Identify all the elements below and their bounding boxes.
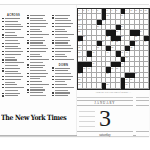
clue-number: 53 bbox=[107, 72, 109, 74]
weekday-label: saturday bbox=[77, 131, 133, 137]
clue-number: 34 bbox=[144, 40, 146, 42]
clue-number: 16 bbox=[121, 14, 123, 16]
clue-number: 4 bbox=[92, 9, 93, 11]
clue-number: 41 bbox=[107, 51, 109, 53]
clue-text-line bbox=[52, 58, 75, 61]
clue-number: 38 bbox=[130, 46, 132, 48]
clue-number: 26 bbox=[107, 35, 109, 37]
clue-number: 21 bbox=[121, 25, 123, 27]
calendar-note-line bbox=[79, 116, 95, 117]
clue-text-line bbox=[52, 94, 75, 97]
clue-number: 40 bbox=[92, 51, 94, 53]
clue-number: 52 bbox=[78, 72, 80, 74]
calendar-note-line bbox=[79, 126, 95, 127]
clue-number: 22 bbox=[78, 30, 80, 32]
clue-number: 25 bbox=[83, 35, 85, 37]
clue-number: 20 bbox=[97, 25, 99, 27]
clue-number: 1 bbox=[78, 9, 79, 11]
clue-number: 10 bbox=[130, 9, 132, 11]
clue-number: 55 bbox=[78, 78, 80, 80]
clue-number: 37 bbox=[111, 46, 113, 48]
clue-number: 39 bbox=[78, 51, 80, 53]
weekday-label: sunday bbox=[136, 131, 149, 136]
clue-number: 51 bbox=[116, 67, 118, 69]
clue-number: 45 bbox=[126, 56, 128, 58]
clue-number: 50 bbox=[111, 67, 113, 69]
day-number: 4 bbox=[136, 106, 149, 130]
clue-text-line bbox=[27, 94, 50, 97]
calendar-spread: ACROSS DOWN The New York Times 123456789… bbox=[0, 4, 149, 136]
clue-number: 14 bbox=[78, 14, 80, 16]
clue-number: 8 bbox=[116, 9, 117, 11]
white-cell[interactable] bbox=[144, 83, 149, 88]
clue-number: 44 bbox=[78, 56, 80, 58]
clue-number: 58 bbox=[78, 83, 80, 85]
clue-number: 11 bbox=[135, 9, 137, 11]
clue-number: 15 bbox=[107, 14, 109, 16]
clue-number: 59 bbox=[107, 83, 109, 85]
calendar-note-line bbox=[79, 111, 95, 112]
calendar-note-line bbox=[79, 121, 95, 122]
clue-number: 35 bbox=[78, 46, 80, 48]
clue-number: 57 bbox=[130, 78, 132, 80]
nyt-logo: The New York Times bbox=[1, 113, 53, 121]
clue-text-line bbox=[2, 95, 25, 98]
clue-number: 6 bbox=[107, 9, 108, 11]
clue-column-2 bbox=[27, 14, 50, 98]
clue-column-3: DOWN bbox=[52, 14, 75, 98]
clue-number: 56 bbox=[126, 78, 128, 80]
clue-number: 3 bbox=[88, 9, 89, 11]
clue-number: 7 bbox=[111, 9, 112, 11]
clue-number: 31 bbox=[111, 40, 113, 42]
clue-number: 5 bbox=[97, 9, 98, 11]
calendar-page-sunday[interactable]: JANUARY 4 sunday bbox=[136, 97, 149, 136]
calendar-page-saturday[interactable]: JANUARY 3 saturday bbox=[77, 97, 133, 136]
clue-number: 48 bbox=[83, 67, 85, 69]
clue-number: 43 bbox=[126, 51, 128, 53]
clue-page: ACROSS DOWN The New York Times bbox=[0, 5, 77, 135]
puzzle-page: 1234567891011121314151617181920212223242… bbox=[77, 5, 149, 135]
clue-number: 47 bbox=[121, 62, 123, 64]
clue-number: 60 bbox=[126, 83, 128, 85]
clue-number: 17 bbox=[78, 19, 80, 21]
clue-number: 54 bbox=[135, 72, 137, 74]
clue-number: 28 bbox=[135, 35, 137, 37]
clue-number: 49 bbox=[88, 67, 90, 69]
clue-number: 23 bbox=[116, 30, 118, 32]
clue-number: 32 bbox=[116, 40, 118, 42]
crossword-grid[interactable]: 1234567891011121314151617181920212223242… bbox=[77, 8, 150, 90]
clue-number: 33 bbox=[135, 40, 137, 42]
clue-number: 2 bbox=[83, 9, 84, 11]
clue-column-1: ACROSS bbox=[2, 14, 25, 98]
clue-number: 9 bbox=[126, 9, 127, 11]
clue-number: 46 bbox=[92, 62, 94, 64]
clue-number: 12 bbox=[140, 9, 142, 11]
clue-number: 24 bbox=[140, 30, 142, 32]
clue-number: 30 bbox=[102, 40, 104, 42]
clue-number: 29 bbox=[78, 40, 80, 42]
clue-number: 13 bbox=[144, 9, 146, 11]
clue-number: 18 bbox=[102, 19, 104, 21]
clue-number: 19 bbox=[78, 25, 80, 27]
puzzle-source-caption: From The New York Times of Monday, … bbox=[77, 91, 150, 93]
clue-number: 42 bbox=[121, 51, 123, 53]
clue-number: 27 bbox=[121, 35, 123, 37]
clue-number: 36 bbox=[97, 46, 99, 48]
